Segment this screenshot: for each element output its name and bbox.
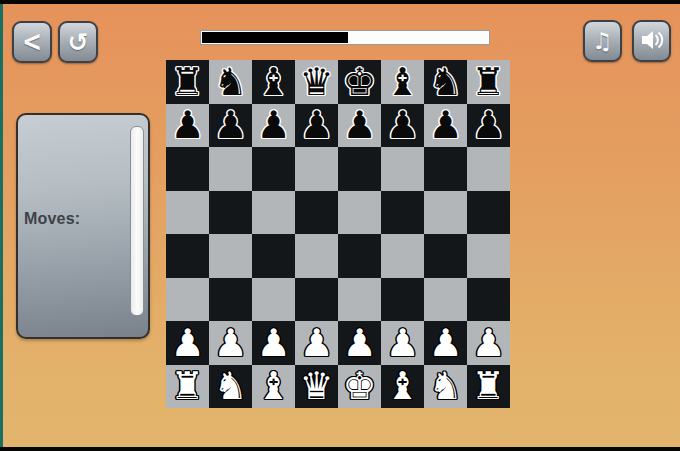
sound-toggle-button[interactable] xyxy=(632,20,671,62)
square-g2[interactable]: ♟ xyxy=(424,321,467,365)
square-g3[interactable] xyxy=(424,278,467,322)
square-d2[interactable]: ♟ xyxy=(295,321,338,365)
piece-black-bishop[interactable]: ♝ xyxy=(385,63,419,101)
bottom-black-bar xyxy=(0,447,680,451)
square-a8[interactable]: ♜ xyxy=(166,60,209,104)
square-d8[interactable]: ♛ xyxy=(295,60,338,104)
piece-black-pawn[interactable]: ♟ xyxy=(170,106,204,144)
square-a6[interactable] xyxy=(166,147,209,191)
back-button[interactable]: < xyxy=(12,21,52,63)
square-f8[interactable]: ♝ xyxy=(381,60,424,104)
piece-white-rook[interactable]: ♜ xyxy=(471,367,505,405)
speaker-icon xyxy=(640,29,664,53)
square-b4[interactable] xyxy=(209,234,252,278)
square-e1[interactable]: ♚ xyxy=(338,365,381,409)
progress-fill xyxy=(202,32,348,43)
piece-black-pawn[interactable]: ♟ xyxy=(256,106,290,144)
square-e7[interactable]: ♟ xyxy=(338,104,381,148)
square-h5[interactable] xyxy=(467,191,510,235)
square-a5[interactable] xyxy=(166,191,209,235)
square-e5[interactable] xyxy=(338,191,381,235)
piece-white-pawn[interactable]: ♟ xyxy=(385,324,419,362)
piece-black-pawn[interactable]: ♟ xyxy=(342,106,376,144)
piece-black-pawn[interactable]: ♟ xyxy=(299,106,333,144)
piece-black-king[interactable]: ♚ xyxy=(342,63,376,101)
piece-black-pawn[interactable]: ♟ xyxy=(213,106,247,144)
piece-black-bishop[interactable]: ♝ xyxy=(256,63,290,101)
chess-board: ♜♞♝♛♚♝♞♜♟♟♟♟♟♟♟♟♟♟♟♟♟♟♟♟♜♞♝♛♚♝♞♜ xyxy=(166,60,510,408)
square-b5[interactable] xyxy=(209,191,252,235)
square-g4[interactable] xyxy=(424,234,467,278)
square-h8[interactable]: ♜ xyxy=(467,60,510,104)
piece-black-rook[interactable]: ♜ xyxy=(471,63,505,101)
moves-scrollbar[interactable] xyxy=(130,126,144,316)
square-c4[interactable] xyxy=(252,234,295,278)
square-e4[interactable] xyxy=(338,234,381,278)
square-c8[interactable]: ♝ xyxy=(252,60,295,104)
square-a1[interactable]: ♜ xyxy=(166,365,209,409)
square-g8[interactable]: ♞ xyxy=(424,60,467,104)
square-b1[interactable]: ♞ xyxy=(209,365,252,409)
piece-white-bishop[interactable]: ♝ xyxy=(385,367,419,405)
square-h7[interactable]: ♟ xyxy=(467,104,510,148)
square-f1[interactable]: ♝ xyxy=(381,365,424,409)
square-c2[interactable]: ♟ xyxy=(252,321,295,365)
square-b6[interactable] xyxy=(209,147,252,191)
square-f4[interactable] xyxy=(381,234,424,278)
square-b7[interactable]: ♟ xyxy=(209,104,252,148)
square-d6[interactable] xyxy=(295,147,338,191)
square-g6[interactable] xyxy=(424,147,467,191)
piece-white-pawn[interactable]: ♟ xyxy=(342,324,376,362)
piece-white-pawn[interactable]: ♟ xyxy=(428,324,462,362)
square-e8[interactable]: ♚ xyxy=(338,60,381,104)
square-g1[interactable]: ♞ xyxy=(424,365,467,409)
square-e2[interactable]: ♟ xyxy=(338,321,381,365)
square-h4[interactable] xyxy=(467,234,510,278)
square-c6[interactable] xyxy=(252,147,295,191)
piece-white-bishop[interactable]: ♝ xyxy=(256,367,290,405)
piece-white-pawn[interactable]: ♟ xyxy=(256,324,290,362)
square-f3[interactable] xyxy=(381,278,424,322)
piece-black-pawn[interactable]: ♟ xyxy=(385,106,419,144)
square-b8[interactable]: ♞ xyxy=(209,60,252,104)
music-toggle-button[interactable]: ♫ xyxy=(583,20,622,62)
piece-white-king[interactable]: ♚ xyxy=(342,367,376,405)
piece-white-pawn[interactable]: ♟ xyxy=(471,324,505,362)
square-e6[interactable] xyxy=(338,147,381,191)
square-h3[interactable] xyxy=(467,278,510,322)
piece-white-knight[interactable]: ♞ xyxy=(428,367,462,405)
square-a3[interactable] xyxy=(166,278,209,322)
top-black-bar xyxy=(0,0,680,4)
square-c3[interactable] xyxy=(252,278,295,322)
square-f5[interactable] xyxy=(381,191,424,235)
piece-white-pawn[interactable]: ♟ xyxy=(213,324,247,362)
piece-black-knight[interactable]: ♞ xyxy=(428,63,462,101)
back-arrow-icon: < xyxy=(22,28,42,56)
square-g7[interactable]: ♟ xyxy=(424,104,467,148)
square-a4[interactable] xyxy=(166,234,209,278)
app-window: < ↺ ♫ Moves: ♜♞♝♛♚♝♞♜♟♟♟♟♟♟♟♟♟♟♟♟♟♟♟♟♜♞♝… xyxy=(0,0,680,451)
piece-white-pawn[interactable]: ♟ xyxy=(170,324,204,362)
square-c5[interactable] xyxy=(252,191,295,235)
piece-black-pawn[interactable]: ♟ xyxy=(471,106,505,144)
square-h6[interactable] xyxy=(467,147,510,191)
piece-black-pawn[interactable]: ♟ xyxy=(428,106,462,144)
square-d4[interactable] xyxy=(295,234,338,278)
square-b2[interactable]: ♟ xyxy=(209,321,252,365)
restart-button[interactable]: ↺ xyxy=(58,21,98,63)
game-progress-bar xyxy=(200,30,490,45)
square-a2[interactable]: ♟ xyxy=(166,321,209,365)
square-f6[interactable] xyxy=(381,147,424,191)
piece-black-knight[interactable]: ♞ xyxy=(213,63,247,101)
square-d7[interactable]: ♟ xyxy=(295,104,338,148)
moves-panel: Moves: xyxy=(16,113,150,339)
left-accent-stripe xyxy=(0,4,3,447)
square-f7[interactable]: ♟ xyxy=(381,104,424,148)
square-a7[interactable]: ♟ xyxy=(166,104,209,148)
square-b3[interactable] xyxy=(209,278,252,322)
square-g5[interactable] xyxy=(424,191,467,235)
moves-label: Moves: xyxy=(24,210,80,228)
square-h1[interactable]: ♜ xyxy=(467,365,510,409)
music-note-icon: ♫ xyxy=(592,30,613,53)
piece-black-rook[interactable]: ♜ xyxy=(170,63,204,101)
square-d5[interactable] xyxy=(295,191,338,235)
square-c7[interactable]: ♟ xyxy=(252,104,295,148)
piece-white-queen[interactable]: ♛ xyxy=(299,367,333,405)
square-e3[interactable] xyxy=(338,278,381,322)
square-h2[interactable]: ♟ xyxy=(467,321,510,365)
piece-white-knight[interactable]: ♞ xyxy=(213,367,247,405)
piece-white-pawn[interactable]: ♟ xyxy=(299,324,333,362)
piece-black-queen[interactable]: ♛ xyxy=(299,63,333,101)
square-d3[interactable] xyxy=(295,278,338,322)
square-f2[interactable]: ♟ xyxy=(381,321,424,365)
restart-icon: ↺ xyxy=(68,30,89,55)
piece-white-rook[interactable]: ♜ xyxy=(170,367,204,405)
square-c1[interactable]: ♝ xyxy=(252,365,295,409)
square-d1[interactable]: ♛ xyxy=(295,365,338,409)
